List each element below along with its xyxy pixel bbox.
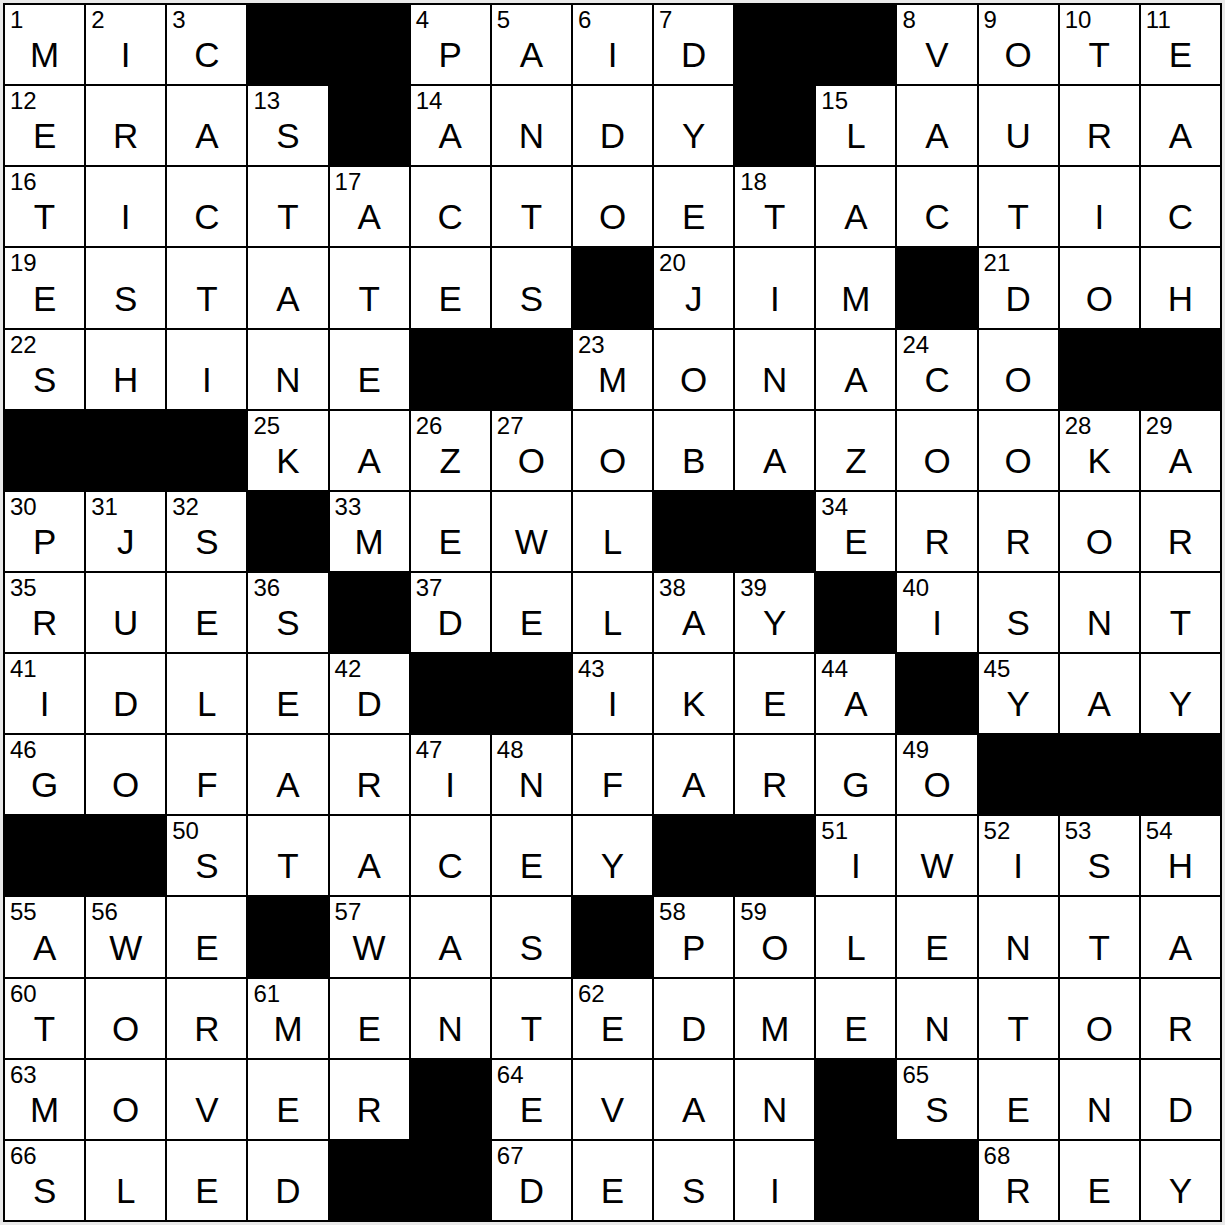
cell-r8c13[interactable]: S — [979, 573, 1058, 652]
cell-letter: T — [5, 199, 84, 234]
cell-r14c8[interactable]: V — [573, 1060, 652, 1139]
cell-letter: A — [654, 767, 733, 802]
cell-letter: O — [492, 443, 571, 478]
cell-letter: O — [1060, 1011, 1139, 1046]
cell-r4c10[interactable]: I — [735, 248, 814, 327]
cell-r7c3[interactable]: 32S — [167, 492, 246, 571]
cell-letter: E — [167, 605, 246, 640]
cell-letter: W — [330, 930, 409, 965]
cell-r8c4[interactable]: 36S — [248, 573, 327, 652]
cell-letter: D — [979, 281, 1058, 316]
cell-r8c14[interactable]: N — [1060, 573, 1139, 652]
cell-r8c9[interactable]: 38A — [654, 573, 733, 652]
cell-r10c5[interactable]: R — [330, 735, 409, 814]
cell-r7c2[interactable]: 31J — [86, 492, 165, 571]
cell-r10c9[interactable]: A — [654, 735, 733, 814]
cell-r13c3[interactable]: R — [167, 979, 246, 1058]
cell-r7c11[interactable]: 34E — [816, 492, 895, 571]
cell-r14c14[interactable]: N — [1060, 1060, 1139, 1139]
cell-r11c13[interactable]: 52I — [979, 816, 1058, 895]
cell-r10c12[interactable]: 49O — [897, 735, 976, 814]
cell-letter: V — [573, 1092, 652, 1127]
cell-r7c5[interactable]: 33M — [330, 492, 409, 571]
cell-r9c10[interactable]: E — [735, 654, 814, 733]
cell-r12c7[interactable]: S — [492, 897, 571, 976]
cell-number: 45 — [984, 657, 1011, 681]
cell-r2c7[interactable]: N — [492, 86, 571, 165]
cell-number: 56 — [91, 900, 118, 924]
cell-letter: S — [897, 1092, 976, 1127]
cell-letter: O — [86, 1011, 165, 1046]
cell-r13c9[interactable]: D — [654, 979, 733, 1058]
cell-number: 48 — [497, 738, 524, 762]
cell-number: 18 — [740, 170, 767, 194]
cell-r4c5[interactable]: T — [330, 248, 409, 327]
cell-r8c3[interactable]: E — [167, 573, 246, 652]
cell-r5c3[interactable]: I — [167, 330, 246, 409]
cell-r6c9[interactable]: B — [654, 411, 733, 490]
cell-r3c2[interactable]: I — [86, 167, 165, 246]
cell-r3c3[interactable]: C — [167, 167, 246, 246]
cell-r3c5[interactable]: 17A — [330, 167, 409, 246]
cell-letter: I — [816, 848, 895, 883]
cell-letter: I — [735, 1173, 814, 1208]
cell-letter: R — [979, 524, 1058, 559]
cell-r15c15[interactable]: Y — [1141, 1141, 1220, 1220]
cell-r13c1[interactable]: 60T — [5, 979, 84, 1058]
cell-letter: A — [167, 118, 246, 153]
cell-letter: A — [492, 37, 571, 72]
cell-r3c14[interactable]: I — [1060, 167, 1139, 246]
cell-r14c12[interactable]: 65S — [897, 1060, 976, 1139]
cell-r5c2[interactable]: H — [86, 330, 165, 409]
cell-r12c14[interactable]: T — [1060, 897, 1139, 976]
cell-r13c10[interactable]: M — [735, 979, 814, 1058]
cell-r10c2[interactable]: O — [86, 735, 165, 814]
cell-r13c14[interactable]: O — [1060, 979, 1139, 1058]
cell-letter: V — [897, 37, 976, 72]
cell-letter: A — [248, 767, 327, 802]
cell-r4c4[interactable]: A — [248, 248, 327, 327]
cell-r11c7[interactable]: E — [492, 816, 571, 895]
cell-r1c3[interactable]: 3C — [167, 5, 246, 84]
cell-letter: E — [330, 1011, 409, 1046]
cell-r13c12[interactable]: N — [897, 979, 976, 1058]
cell-r5c13[interactable]: O — [979, 330, 1058, 409]
cell-r1c14[interactable]: 10T — [1060, 5, 1139, 84]
cell-r7c7[interactable]: W — [492, 492, 571, 571]
cell-letter: A — [816, 686, 895, 721]
cell-letter: W — [897, 848, 976, 883]
cell-number: 51 — [821, 819, 848, 843]
cell-r10c8[interactable]: F — [573, 735, 652, 814]
cell-r15c1[interactable]: 66S — [5, 1141, 84, 1220]
cell-r6c14[interactable]: 28K — [1060, 411, 1139, 490]
cell-r3c10[interactable]: 18T — [735, 167, 814, 246]
block-r9c7 — [492, 654, 571, 733]
cell-letter: M — [5, 1092, 84, 1127]
cell-letter: E — [654, 199, 733, 234]
cell-r6c8[interactable]: O — [573, 411, 652, 490]
cell-letter: Y — [573, 848, 652, 883]
cell-letter: E — [330, 362, 409, 397]
cell-r2c11[interactable]: 15L — [816, 86, 895, 165]
cell-letter: E — [573, 1173, 652, 1208]
cell-r6c13[interactable]: O — [979, 411, 1058, 490]
cell-r14c4[interactable]: E — [248, 1060, 327, 1139]
cell-number: 1 — [10, 8, 23, 32]
cell-r6c6[interactable]: 26Z — [411, 411, 490, 490]
cell-letter: M — [816, 281, 895, 316]
cell-r13c11[interactable]: E — [816, 979, 895, 1058]
cell-number: 67 — [497, 1144, 524, 1168]
cell-r6c12[interactable]: O — [897, 411, 976, 490]
cell-r15c3[interactable]: E — [167, 1141, 246, 1220]
cell-r6c15[interactable]: 29A — [1141, 411, 1220, 490]
cell-r4c14[interactable]: O — [1060, 248, 1139, 327]
cell-r3c7[interactable]: T — [492, 167, 571, 246]
block-r7c10 — [735, 492, 814, 571]
block-r6c3 — [167, 411, 246, 490]
cell-r15c7[interactable]: 67D — [492, 1141, 571, 1220]
block-r8c11 — [816, 573, 895, 652]
cell-number: 61 — [253, 982, 280, 1006]
cell-letter: D — [1141, 1092, 1220, 1127]
cell-letter: N — [979, 930, 1058, 965]
cell-letter: D — [492, 1173, 571, 1208]
cell-letter: A — [1141, 930, 1220, 965]
cell-letter: R — [86, 118, 165, 153]
cell-r4c7[interactable]: S — [492, 248, 571, 327]
cell-r8c2[interactable]: U — [86, 573, 165, 652]
cell-r9c3[interactable]: L — [167, 654, 246, 733]
cell-letter: A — [1141, 118, 1220, 153]
block-r11c10 — [735, 816, 814, 895]
cell-letter: T — [979, 199, 1058, 234]
cell-r3c15[interactable]: C — [1141, 167, 1220, 246]
cell-number: 53 — [1065, 819, 1092, 843]
block-r10c14 — [1060, 735, 1139, 814]
cell-r2c9[interactable]: Y — [654, 86, 733, 165]
cell-r1c12[interactable]: 8V — [897, 5, 976, 84]
cell-letter: E — [5, 118, 84, 153]
cell-r6c11[interactable]: Z — [816, 411, 895, 490]
cell-letter: I — [86, 199, 165, 234]
cell-r13c4[interactable]: 61M — [248, 979, 327, 1058]
cell-r7c8[interactable]: L — [573, 492, 652, 571]
cell-r11c14[interactable]: 53S — [1060, 816, 1139, 895]
block-r12c4 — [248, 897, 327, 976]
cell-r8c15[interactable]: T — [1141, 573, 1220, 652]
cell-r2c13[interactable]: U — [979, 86, 1058, 165]
cell-number: 57 — [335, 900, 362, 924]
cell-r10c7[interactable]: 48N — [492, 735, 571, 814]
cell-r14c10[interactable]: N — [735, 1060, 814, 1139]
cell-r1c2[interactable]: 2I — [86, 5, 165, 84]
cell-number: 47 — [416, 738, 443, 762]
cell-number: 40 — [902, 576, 929, 600]
cell-r13c5[interactable]: E — [330, 979, 409, 1058]
cell-letter: I — [411, 767, 490, 802]
cell-letter: L — [167, 686, 246, 721]
cell-r4c13[interactable]: 21D — [979, 248, 1058, 327]
cell-r11c11[interactable]: 51I — [816, 816, 895, 895]
cell-r12c13[interactable]: N — [979, 897, 1058, 976]
cell-letter: A — [330, 848, 409, 883]
cell-letter: E — [248, 686, 327, 721]
cell-letter: C — [167, 199, 246, 234]
cell-r14c13[interactable]: E — [979, 1060, 1058, 1139]
cell-r11c6[interactable]: C — [411, 816, 490, 895]
cell-r13c6[interactable]: N — [411, 979, 490, 1058]
cell-r13c2[interactable]: O — [86, 979, 165, 1058]
cell-r11c12[interactable]: W — [897, 816, 976, 895]
cell-r8c7[interactable]: E — [492, 573, 571, 652]
cell-r12c15[interactable]: A — [1141, 897, 1220, 976]
cell-number: 19 — [10, 251, 37, 275]
cell-r2c1[interactable]: 12E — [5, 86, 84, 165]
cell-letter: I — [979, 848, 1058, 883]
cell-r5c1[interactable]: 22S — [5, 330, 84, 409]
cell-letter: C — [411, 199, 490, 234]
cell-r3c13[interactable]: T — [979, 167, 1058, 246]
cell-r12c9[interactable]: 58P — [654, 897, 733, 976]
cell-r9c5[interactable]: 42D — [330, 654, 409, 733]
cell-r2c3[interactable]: A — [167, 86, 246, 165]
cell-letter: T — [1060, 930, 1139, 965]
cell-r3c11[interactable]: A — [816, 167, 895, 246]
cell-r2c14[interactable]: R — [1060, 86, 1139, 165]
cell-r15c10[interactable]: I — [735, 1141, 814, 1220]
cell-r15c4[interactable]: D — [248, 1141, 327, 1220]
cell-letter: E — [735, 686, 814, 721]
cell-letter: N — [1060, 1092, 1139, 1127]
cell-letter: W — [86, 930, 165, 965]
cell-letter: W — [492, 524, 571, 559]
cell-letter: D — [654, 37, 733, 72]
cell-r8c6[interactable]: 37D — [411, 573, 490, 652]
cell-r12c12[interactable]: E — [897, 897, 976, 976]
cell-letter: Y — [735, 605, 814, 640]
cell-r3c9[interactable]: E — [654, 167, 733, 246]
cell-r1c1[interactable]: 1M — [5, 5, 84, 84]
cell-r1c13[interactable]: 9O — [979, 5, 1058, 84]
cell-letter: A — [330, 199, 409, 234]
cell-number: 31 — [91, 495, 118, 519]
cell-r3c6[interactable]: C — [411, 167, 490, 246]
cell-r7c6[interactable]: E — [411, 492, 490, 571]
cell-r4c1[interactable]: 19E — [5, 248, 84, 327]
cell-r12c10[interactable]: 59O — [735, 897, 814, 976]
block-r14c11 — [816, 1060, 895, 1139]
cell-r4c2[interactable]: S — [86, 248, 165, 327]
cell-r2c6[interactable]: 14A — [411, 86, 490, 165]
cell-r13c8[interactable]: 62E — [573, 979, 652, 1058]
cell-r9c8[interactable]: 43I — [573, 654, 652, 733]
cell-letter: A — [1060, 686, 1139, 721]
cell-r2c12[interactable]: A — [897, 86, 976, 165]
cell-r12c6[interactable]: A — [411, 897, 490, 976]
cell-letter: L — [573, 605, 652, 640]
cell-r14c15[interactable]: D — [1141, 1060, 1220, 1139]
block-r7c4 — [248, 492, 327, 571]
cell-r1c15[interactable]: 11E — [1141, 5, 1220, 84]
cell-letter: E — [573, 1011, 652, 1046]
cell-r1c6[interactable]: 4P — [411, 5, 490, 84]
cell-r2c8[interactable]: D — [573, 86, 652, 165]
cell-letter: T — [492, 199, 571, 234]
cell-r14c9[interactable]: A — [654, 1060, 733, 1139]
cell-letter: O — [573, 443, 652, 478]
cell-letter: R — [1141, 1011, 1220, 1046]
cell-r2c15[interactable]: A — [1141, 86, 1220, 165]
cell-r5c12[interactable]: 24C — [897, 330, 976, 409]
cell-r12c2[interactable]: 56W — [86, 897, 165, 976]
cell-number: 46 — [10, 738, 37, 762]
cell-letter: U — [979, 118, 1058, 153]
cell-r8c10[interactable]: 39Y — [735, 573, 814, 652]
cell-letter: S — [492, 281, 571, 316]
cell-r10c4[interactable]: A — [248, 735, 327, 814]
cell-r5c5[interactable]: E — [330, 330, 409, 409]
cell-r6c10[interactable]: A — [735, 411, 814, 490]
cell-r9c2[interactable]: D — [86, 654, 165, 733]
cell-r4c9[interactable]: 20J — [654, 248, 733, 327]
cell-r10c11[interactable]: G — [816, 735, 895, 814]
cell-letter: I — [86, 37, 165, 72]
cell-r13c15[interactable]: R — [1141, 979, 1220, 1058]
cell-r7c15[interactable]: R — [1141, 492, 1220, 571]
cell-r4c15[interactable]: H — [1141, 248, 1220, 327]
cell-r14c1[interactable]: 63M — [5, 1060, 84, 1139]
cell-r15c13[interactable]: 68R — [979, 1141, 1058, 1220]
cell-r12c5[interactable]: 57W — [330, 897, 409, 976]
cell-r2c2[interactable]: R — [86, 86, 165, 165]
cell-letter: A — [735, 443, 814, 478]
cell-r11c15[interactable]: 54H — [1141, 816, 1220, 895]
cell-letter: P — [5, 524, 84, 559]
cell-r5c9[interactable]: O — [654, 330, 733, 409]
cell-r14c2[interactable]: O — [86, 1060, 165, 1139]
cell-r10c6[interactable]: 47I — [411, 735, 490, 814]
cell-r7c12[interactable]: R — [897, 492, 976, 571]
cell-r5c10[interactable]: N — [735, 330, 814, 409]
cell-number: 54 — [1146, 819, 1173, 843]
cell-letter: V — [167, 1092, 246, 1127]
cell-letter: D — [411, 605, 490, 640]
block-r9c12 — [897, 654, 976, 733]
cell-r1c7[interactable]: 5A — [492, 5, 571, 84]
cell-r3c1[interactable]: 16T — [5, 167, 84, 246]
cell-r9c1[interactable]: 41I — [5, 654, 84, 733]
cell-r12c3[interactable]: E — [167, 897, 246, 976]
cell-number: 68 — [984, 1144, 1011, 1168]
cell-letter: E — [816, 1011, 895, 1046]
cell-r3c4[interactable]: T — [248, 167, 327, 246]
cell-r9c4[interactable]: E — [248, 654, 327, 733]
block-r2c5 — [330, 86, 409, 165]
cell-r7c1[interactable]: 30P — [5, 492, 84, 571]
cell-r15c14[interactable]: E — [1060, 1141, 1139, 1220]
cell-r10c3[interactable]: F — [167, 735, 246, 814]
cell-r12c1[interactable]: 55A — [5, 897, 84, 976]
cell-letter: A — [816, 199, 895, 234]
cell-r8c12[interactable]: 40I — [897, 573, 976, 652]
cell-r9c15[interactable]: Y — [1141, 654, 1220, 733]
cell-r9c13[interactable]: 45Y — [979, 654, 1058, 733]
cell-r7c13[interactable]: R — [979, 492, 1058, 571]
cell-r5c8[interactable]: 23M — [573, 330, 652, 409]
cell-r1c8[interactable]: 6I — [573, 5, 652, 84]
cell-letter: J — [654, 281, 733, 316]
cell-r11c8[interactable]: Y — [573, 816, 652, 895]
cell-r5c4[interactable]: N — [248, 330, 327, 409]
cell-letter: O — [86, 767, 165, 802]
cell-letter: I — [1060, 199, 1139, 234]
cell-r3c8[interactable]: O — [573, 167, 652, 246]
cell-r1c9[interactable]: 7D — [654, 5, 733, 84]
block-r4c12 — [897, 248, 976, 327]
cell-r9c14[interactable]: A — [1060, 654, 1139, 733]
cell-r15c8[interactable]: E — [573, 1141, 652, 1220]
cell-number: 32 — [172, 495, 199, 519]
cell-r11c4[interactable]: T — [248, 816, 327, 895]
block-r2c10 — [735, 86, 814, 165]
cell-r8c1[interactable]: 35R — [5, 573, 84, 652]
cell-r4c6[interactable]: E — [411, 248, 490, 327]
cell-number: 23 — [578, 333, 605, 357]
cell-r13c7[interactable]: T — [492, 979, 571, 1058]
cell-r11c3[interactable]: 50S — [167, 816, 246, 895]
cell-number: 60 — [10, 982, 37, 1006]
cell-r10c10[interactable]: R — [735, 735, 814, 814]
cell-number: 43 — [578, 657, 605, 681]
cell-r15c9[interactable]: S — [654, 1141, 733, 1220]
cell-r12c11[interactable]: L — [816, 897, 895, 976]
cell-r9c11[interactable]: 44A — [816, 654, 895, 733]
cell-letter: O — [1060, 524, 1139, 559]
cell-letter: I — [5, 686, 84, 721]
cell-r4c3[interactable]: T — [167, 248, 246, 327]
cell-r14c7[interactable]: 64E — [492, 1060, 571, 1139]
cell-letter: D — [86, 686, 165, 721]
cell-number: 58 — [659, 900, 686, 924]
cell-letter: E — [979, 1092, 1058, 1127]
cell-r6c7[interactable]: 27O — [492, 411, 571, 490]
block-r1c10 — [735, 5, 814, 84]
cell-r10c1[interactable]: 46G — [5, 735, 84, 814]
cell-r2c4[interactable]: 13S — [248, 86, 327, 165]
block-r7c9 — [654, 492, 733, 571]
cell-r11c5[interactable]: A — [330, 816, 409, 895]
cell-r14c3[interactable]: V — [167, 1060, 246, 1139]
cell-r3c12[interactable]: C — [897, 167, 976, 246]
cell-letter: T — [167, 281, 246, 316]
cell-r6c4[interactable]: 25K — [248, 411, 327, 490]
cell-r9c9[interactable]: K — [654, 654, 733, 733]
cell-r4c11[interactable]: M — [816, 248, 895, 327]
cell-r14c5[interactable]: R — [330, 1060, 409, 1139]
cell-letter: A — [897, 118, 976, 153]
cell-r8c8[interactable]: L — [573, 573, 652, 652]
cell-r15c2[interactable]: L — [86, 1141, 165, 1220]
cell-r5c11[interactable]: A — [816, 330, 895, 409]
cell-r7c14[interactable]: O — [1060, 492, 1139, 571]
cell-r6c5[interactable]: A — [330, 411, 409, 490]
cell-r13c13[interactable]: T — [979, 979, 1058, 1058]
block-r4c8 — [573, 248, 652, 327]
cell-letter: N — [735, 1092, 814, 1127]
